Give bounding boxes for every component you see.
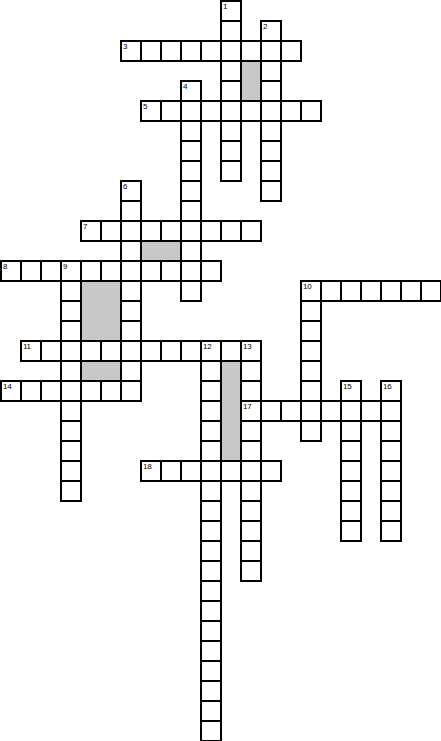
cell-c10-r28[interactable] [200,560,222,582]
cell-c7-r2[interactable] [140,40,162,62]
cell-c13-r8[interactable] [260,160,282,182]
cell-c6-r2[interactable] [120,40,142,62]
cell-c3-r18[interactable] [60,360,82,382]
cell-c17-r19[interactable] [340,380,362,402]
cell-c8-r23[interactable] [160,460,182,482]
cell-c12-r21[interactable] [240,420,262,442]
cell-c6-r14[interactable] [120,280,142,302]
cell-c19-r25[interactable] [380,500,402,522]
cell-c17-r21[interactable] [340,420,362,442]
cell-c11-r6[interactable] [220,120,242,142]
cell-c10-r5[interactable] [200,100,222,122]
cell-c5-r13[interactable] [100,260,122,282]
cell-c16-r14[interactable] [320,280,342,302]
cell-c11-r2[interactable] [220,40,242,62]
cell-c11-r17[interactable] [220,340,242,362]
cell-c5-r11[interactable] [100,220,122,242]
cell-c12-r18[interactable] [240,360,262,382]
cell-c14-r20[interactable] [280,400,302,422]
cell-c6-r19[interactable] [120,380,142,402]
cell-c11-r4[interactable] [220,80,242,102]
cell-c17-r14[interactable] [340,280,362,302]
cell-c7-r17[interactable] [140,340,162,362]
cell-c10-r30[interactable] [200,600,222,622]
cell-c8-r13[interactable] [160,260,182,282]
cell-c3-r13[interactable] [60,260,82,282]
cell-c0-r19[interactable] [0,380,22,402]
cell-c10-r24[interactable] [200,480,222,502]
cell-c9-r2[interactable] [180,40,202,62]
cell-c10-r34[interactable] [200,680,222,702]
cell-c3-r15[interactable] [60,300,82,322]
cell-c3-r24[interactable] [60,480,82,502]
cell-c9-r10[interactable] [180,200,202,222]
cell-c6-r11[interactable] [120,220,142,242]
cell-c10-r25[interactable] [200,500,222,522]
cell-c3-r22[interactable] [60,440,82,462]
cell-c11-r1[interactable] [220,20,242,42]
cell-c7-r11[interactable] [140,220,162,242]
cell-c15-r16[interactable] [300,320,322,342]
shaded-region-3 [80,280,122,342]
cell-c11-r5[interactable] [220,100,242,122]
cell-c8-r5[interactable] [160,100,182,122]
cell-c2-r13[interactable] [40,260,62,282]
cell-c12-r25[interactable] [240,500,262,522]
cell-c9-r7[interactable] [180,140,202,162]
cell-c10-r36[interactable] [200,720,222,741]
cell-c15-r15[interactable] [300,300,322,322]
cell-c7-r23[interactable] [140,460,162,482]
crossword-board: 123456789101112131415161718 [0,0,441,741]
cell-c10-r35[interactable] [200,700,222,722]
cell-c6-r9[interactable] [120,180,142,202]
cell-c18-r14[interactable] [360,280,382,302]
cell-c6-r16[interactable] [120,320,142,342]
cell-c17-r22[interactable] [340,440,362,462]
cell-c10-r11[interactable] [200,220,222,242]
cell-c16-r20[interactable] [320,400,342,422]
cell-c10-r29[interactable] [200,580,222,602]
cell-c20-r14[interactable] [400,280,422,302]
cell-c15-r21[interactable] [300,420,322,442]
cell-c5-r17[interactable] [100,340,122,362]
cell-c13-r2[interactable] [260,40,282,62]
cell-c6-r12[interactable] [120,240,142,262]
cell-c12-r20[interactable] [240,400,262,422]
cell-c3-r16[interactable] [60,320,82,342]
cell-c11-r8[interactable] [220,160,242,182]
cell-c12-r28[interactable] [240,560,262,582]
cell-c9-r4[interactable] [180,80,202,102]
cell-c3-r20[interactable] [60,400,82,422]
cell-c13-r7[interactable] [260,140,282,162]
cell-c12-r5[interactable] [240,100,262,122]
cell-c11-r23[interactable] [220,460,242,482]
cell-c6-r18[interactable] [120,360,142,382]
cell-c12-r11[interactable] [240,220,262,242]
cell-c15-r18[interactable] [300,360,322,382]
cell-c19-r26[interactable] [380,520,402,542]
cell-c19-r20[interactable] [380,400,402,422]
cell-c21-r14[interactable] [420,280,441,302]
cell-c3-r17[interactable] [60,340,82,362]
cell-c19-r19[interactable] [380,380,402,402]
cell-c11-r0[interactable] [220,0,242,22]
cell-c6-r10[interactable] [120,200,142,222]
cell-c11-r11[interactable] [220,220,242,242]
cell-c2-r17[interactable] [40,340,62,362]
cell-c15-r5[interactable] [300,100,322,122]
cell-c9-r13[interactable] [180,260,202,282]
cell-c12-r17[interactable] [240,340,262,362]
cell-c17-r20[interactable] [340,400,362,422]
cell-c9-r14[interactable] [180,280,202,302]
cell-c3-r21[interactable] [60,420,82,442]
cell-c10-r20[interactable] [200,400,222,422]
cell-c19-r23[interactable] [380,460,402,482]
cell-c12-r22[interactable] [240,440,262,462]
cell-c7-r13[interactable] [140,260,162,282]
cell-c17-r25[interactable] [340,500,362,522]
cell-c10-r32[interactable] [200,640,222,662]
cell-c8-r17[interactable] [160,340,182,362]
cell-c15-r14[interactable] [300,280,322,302]
cell-c4-r13[interactable] [80,260,102,282]
cell-c19-r21[interactable] [380,420,402,442]
cell-c18-r20[interactable] [360,400,382,422]
cell-c14-r5[interactable] [280,100,302,122]
cell-c1-r19[interactable] [20,380,42,402]
cell-c4-r17[interactable] [80,340,102,362]
cell-c6-r15[interactable] [120,300,142,322]
cell-c6-r17[interactable] [120,340,142,362]
cell-c12-r23[interactable] [240,460,262,482]
cell-c13-r3[interactable] [260,60,282,82]
cell-c12-r2[interactable] [240,40,262,62]
cell-c19-r24[interactable] [380,480,402,502]
cell-c1-r13[interactable] [20,260,42,282]
cell-c9-r6[interactable] [180,120,202,142]
cell-c12-r24[interactable] [240,480,262,502]
cell-c10-r19[interactable] [200,380,222,402]
cell-c12-r26[interactable] [240,520,262,542]
cell-c13-r20[interactable] [260,400,282,422]
cell-c9-r17[interactable] [180,340,202,362]
cell-c14-r2[interactable] [280,40,302,62]
cell-c8-r2[interactable] [160,40,182,62]
shaded-region-1 [240,60,262,102]
cell-c9-r12[interactable] [180,240,202,262]
cell-c13-r6[interactable] [260,120,282,142]
cell-c10-r13[interactable] [200,260,222,282]
cell-c12-r27[interactable] [240,540,262,562]
cell-c9-r8[interactable] [180,160,202,182]
cell-c12-r19[interactable] [240,380,262,402]
shaded-region-5 [220,360,242,462]
cell-c9-r9[interactable] [180,180,202,202]
cell-c10-r26[interactable] [200,520,222,542]
cell-c7-r5[interactable] [140,100,162,122]
cell-c2-r19[interactable] [40,380,62,402]
cell-c6-r13[interactable] [120,260,142,282]
cell-c19-r22[interactable] [380,440,402,462]
cell-c3-r23[interactable] [60,460,82,482]
cell-c13-r4[interactable] [260,80,282,102]
cell-c1-r17[interactable] [20,340,42,362]
cell-c10-r2[interactable] [200,40,222,62]
cell-c10-r17[interactable] [200,340,222,362]
cell-c8-r11[interactable] [160,220,182,242]
cell-c3-r19[interactable] [60,380,82,402]
cell-c15-r17[interactable] [300,340,322,362]
cell-c15-r20[interactable] [300,400,322,422]
cell-c17-r24[interactable] [340,480,362,502]
cell-c15-r19[interactable] [300,380,322,402]
cell-c9-r11[interactable] [180,220,202,242]
cell-c10-r27[interactable] [200,540,222,562]
cell-c13-r23[interactable] [260,460,282,482]
cell-c9-r23[interactable] [180,460,202,482]
cell-c13-r5[interactable] [260,100,282,122]
cell-c19-r14[interactable] [380,280,402,302]
cell-c11-r7[interactable] [220,140,242,162]
cell-c10-r33[interactable] [200,660,222,682]
cell-c13-r9[interactable] [260,180,282,202]
cell-c3-r14[interactable] [60,280,82,302]
cell-c10-r23[interactable] [200,460,222,482]
cell-c5-r19[interactable] [100,380,122,402]
cell-c0-r13[interactable] [0,260,22,282]
cell-c10-r31[interactable] [200,620,222,642]
cell-c10-r18[interactable] [200,360,222,382]
cell-c17-r26[interactable] [340,520,362,542]
cell-c11-r3[interactable] [220,60,242,82]
shaded-region-2 [140,240,182,262]
cell-c10-r21[interactable] [200,420,222,442]
cell-c9-r5[interactable] [180,100,202,122]
cell-c13-r1[interactable] [260,20,282,42]
cell-c4-r19[interactable] [80,380,102,402]
cell-c10-r22[interactable] [200,440,222,462]
shaded-region-4 [80,360,122,382]
cell-c4-r11[interactable] [80,220,102,242]
cell-c17-r23[interactable] [340,460,362,482]
